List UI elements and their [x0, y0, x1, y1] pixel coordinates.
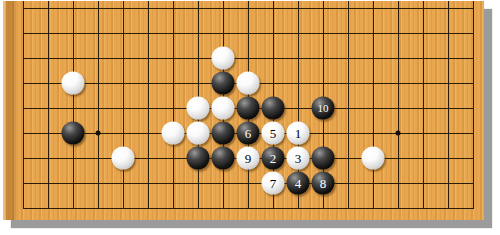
move-number-label: 7 [270, 177, 277, 190]
grid-line-horizontal [23, 33, 474, 34]
go-board[interactable]: 10651923748 [3, 1, 484, 220]
move-number-label: 6 [245, 127, 252, 140]
grid-line-horizontal [23, 58, 474, 59]
grid-line-horizontal [23, 183, 474, 184]
move-number-label: 5 [270, 127, 277, 140]
white-stone[interactable] [212, 47, 235, 70]
white-stone-move-3[interactable]: 3 [287, 147, 310, 170]
black-stone[interactable] [187, 147, 210, 170]
black-stone-move-8[interactable]: 8 [312, 172, 335, 195]
grid-line-horizontal [23, 8, 474, 9]
black-stone[interactable] [212, 122, 235, 145]
black-stone[interactable] [237, 97, 260, 120]
black-stone-move-2[interactable]: 2 [262, 147, 285, 170]
move-number-label: 3 [295, 152, 302, 165]
move-number-label: 8 [320, 177, 327, 190]
white-stone[interactable] [237, 72, 260, 95]
white-stone-move-1[interactable]: 1 [287, 122, 310, 145]
star-point [96, 131, 101, 136]
black-stone[interactable] [262, 97, 285, 120]
black-stone[interactable] [212, 147, 235, 170]
star-point [396, 131, 401, 136]
white-stone[interactable] [362, 147, 385, 170]
white-stone[interactable] [212, 97, 235, 120]
black-stone-move-4[interactable]: 4 [287, 172, 310, 195]
white-stone-move-7[interactable]: 7 [262, 172, 285, 195]
black-stone[interactable] [312, 147, 335, 170]
white-stone-move-9[interactable]: 9 [237, 147, 260, 170]
white-stone[interactable] [112, 147, 135, 170]
white-stone[interactable] [162, 122, 185, 145]
move-number-label: 4 [295, 177, 302, 190]
white-stone-move-5[interactable]: 5 [262, 122, 285, 145]
black-stone-move-6[interactable]: 6 [237, 122, 260, 145]
white-stone[interactable] [187, 97, 210, 120]
black-stone[interactable] [212, 72, 235, 95]
go-diagram-frame: 10651923748 [0, 0, 500, 235]
move-number-label: 9 [245, 152, 252, 165]
move-number-label: 10 [318, 103, 329, 114]
black-stone[interactable] [62, 122, 85, 145]
move-number-label: 2 [270, 152, 277, 165]
grid-line-horizontal [23, 208, 474, 209]
white-stone[interactable] [62, 72, 85, 95]
black-stone-move-10[interactable]: 10 [312, 97, 335, 120]
white-stone[interactable] [187, 122, 210, 145]
move-number-label: 1 [295, 127, 302, 140]
